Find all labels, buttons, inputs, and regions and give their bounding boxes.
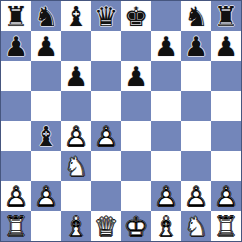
piece-glyph-fill: ♚ — [121, 1, 151, 31]
square-h1[interactable]: ♜♖ — [211, 211, 241, 241]
square-d4[interactable]: ♟♙ — [91, 121, 121, 151]
square-g2[interactable]: ♟♙ — [181, 181, 211, 211]
square-e7[interactable] — [121, 31, 151, 61]
piece-glyph-outline: ♖ — [1, 211, 31, 241]
piece-glyph-fill: ♟ — [211, 31, 241, 61]
square-h4[interactable] — [211, 121, 241, 151]
square-d6[interactable] — [91, 61, 121, 91]
square-h2[interactable]: ♟♙ — [211, 181, 241, 211]
square-c8[interactable]: ♝ — [61, 1, 91, 31]
piece-white-pawn-c4[interactable]: ♟♙ — [61, 121, 91, 151]
piece-white-knight-g1[interactable]: ♞♘ — [181, 211, 211, 241]
square-d8[interactable]: ♛ — [91, 1, 121, 31]
square-g4[interactable] — [181, 121, 211, 151]
piece-glyph-fill: ♞ — [31, 1, 61, 31]
piece-black-queen-d8[interactable]: ♛ — [91, 1, 121, 31]
square-d5[interactable] — [91, 91, 121, 121]
piece-white-pawn-h2[interactable]: ♟♙ — [211, 181, 241, 211]
square-b7[interactable]: ♟ — [31, 31, 61, 61]
piece-white-pawn-d4[interactable]: ♟♙ — [91, 121, 121, 151]
square-e4[interactable] — [121, 121, 151, 151]
piece-black-rook-h8[interactable]: ♜ — [211, 1, 241, 31]
square-b5[interactable] — [31, 91, 61, 121]
square-c3[interactable]: ♞♘ — [61, 151, 91, 181]
square-a1[interactable]: ♜♖ — [1, 211, 31, 241]
square-c6[interactable]: ♟ — [61, 61, 91, 91]
square-a7[interactable]: ♟ — [1, 31, 31, 61]
piece-black-king-e8[interactable]: ♚ — [121, 1, 151, 31]
square-f8[interactable] — [151, 1, 181, 31]
piece-black-pawn-b7[interactable]: ♟ — [31, 31, 61, 61]
piece-glyph-fill: ♟ — [61, 61, 91, 91]
piece-glyph-outline: ♕ — [91, 211, 121, 241]
piece-glyph-outline: ♙ — [31, 181, 61, 211]
square-f1[interactable]: ♝♗ — [151, 211, 181, 241]
square-a6[interactable] — [1, 61, 31, 91]
square-b1[interactable] — [31, 211, 61, 241]
piece-white-pawn-a2[interactable]: ♟♙ — [1, 181, 31, 211]
piece-glyph-fill: ♟ — [181, 31, 211, 61]
piece-black-pawn-a7[interactable]: ♟ — [1, 31, 31, 61]
piece-black-bishop-b4[interactable]: ♝ — [31, 121, 61, 151]
piece-white-rook-h1[interactable]: ♜♖ — [211, 211, 241, 241]
piece-black-pawn-e6[interactable]: ♟ — [121, 61, 151, 91]
piece-glyph-outline: ♙ — [151, 181, 181, 211]
square-b6[interactable] — [31, 61, 61, 91]
piece-black-pawn-h7[interactable]: ♟ — [211, 31, 241, 61]
piece-black-knight-g8[interactable]: ♞ — [181, 1, 211, 31]
square-g5[interactable] — [181, 91, 211, 121]
square-g3[interactable] — [181, 151, 211, 181]
piece-glyph-fill: ♟ — [121, 61, 151, 91]
square-c1[interactable]: ♝♗ — [61, 211, 91, 241]
piece-black-knight-b8[interactable]: ♞ — [31, 1, 61, 31]
square-d7[interactable] — [91, 31, 121, 61]
piece-glyph-fill: ♜ — [211, 1, 241, 31]
piece-black-pawn-g7[interactable]: ♟ — [181, 31, 211, 61]
piece-white-king-e1[interactable]: ♚♔ — [121, 211, 151, 241]
piece-glyph-fill: ♜ — [1, 1, 31, 31]
square-f2[interactable]: ♟♙ — [151, 181, 181, 211]
square-e2[interactable] — [121, 181, 151, 211]
piece-glyph-fill: ♞ — [181, 1, 211, 31]
piece-glyph-fill: ♝ — [31, 121, 61, 151]
square-h3[interactable] — [211, 151, 241, 181]
square-e8[interactable]: ♚ — [121, 1, 151, 31]
square-f4[interactable] — [151, 121, 181, 151]
square-b3[interactable] — [31, 151, 61, 181]
square-e3[interactable] — [121, 151, 151, 181]
square-a4[interactable] — [1, 121, 31, 151]
piece-glyph-outline: ♙ — [91, 121, 121, 151]
piece-black-pawn-c6[interactable]: ♟ — [61, 61, 91, 91]
piece-black-bishop-c8[interactable]: ♝ — [61, 1, 91, 31]
square-a2[interactable]: ♟♙ — [1, 181, 31, 211]
square-f7[interactable]: ♟ — [151, 31, 181, 61]
piece-glyph-outline: ♗ — [61, 211, 91, 241]
square-d1[interactable]: ♛♕ — [91, 211, 121, 241]
square-g6[interactable] — [181, 61, 211, 91]
piece-glyph-outline: ♙ — [211, 181, 241, 211]
square-e5[interactable] — [121, 91, 151, 121]
piece-glyph-outline: ♖ — [211, 211, 241, 241]
square-b8[interactable]: ♞ — [31, 1, 61, 31]
piece-glyph-outline: ♙ — [181, 181, 211, 211]
square-g1[interactable]: ♞♘ — [181, 211, 211, 241]
square-h7[interactable]: ♟ — [211, 31, 241, 61]
piece-white-queen-d1[interactable]: ♛♕ — [91, 211, 121, 241]
piece-white-bishop-c1[interactable]: ♝♗ — [61, 211, 91, 241]
square-h5[interactable] — [211, 91, 241, 121]
piece-glyph-outline: ♙ — [1, 181, 31, 211]
square-g7[interactable]: ♟ — [181, 31, 211, 61]
square-e6[interactable]: ♟ — [121, 61, 151, 91]
square-f6[interactable] — [151, 61, 181, 91]
square-b4[interactable]: ♝ — [31, 121, 61, 151]
piece-white-bishop-f1[interactable]: ♝♗ — [151, 211, 181, 241]
piece-glyph-outline: ♔ — [121, 211, 151, 241]
piece-glyph-fill: ♝ — [61, 1, 91, 31]
square-g8[interactable]: ♞ — [181, 1, 211, 31]
square-a3[interactable] — [1, 151, 31, 181]
piece-glyph-fill: ♛ — [91, 1, 121, 31]
piece-white-pawn-g2[interactable]: ♟♙ — [181, 181, 211, 211]
piece-white-rook-a1[interactable]: ♜♖ — [1, 211, 31, 241]
piece-glyph-fill: ♟ — [31, 31, 61, 61]
piece-glyph-fill: ♟ — [1, 31, 31, 61]
square-a5[interactable] — [1, 91, 31, 121]
piece-white-pawn-b2[interactable]: ♟♙ — [31, 181, 61, 211]
square-d2[interactable] — [91, 181, 121, 211]
piece-glyph-outline: ♘ — [61, 151, 91, 181]
square-c5[interactable] — [61, 91, 91, 121]
piece-glyph-outline: ♘ — [181, 211, 211, 241]
piece-white-knight-c3[interactable]: ♞♘ — [61, 151, 91, 181]
square-a8[interactable]: ♜ — [1, 1, 31, 31]
square-b2[interactable]: ♟♙ — [31, 181, 61, 211]
piece-glyph-outline: ♗ — [151, 211, 181, 241]
piece-black-pawn-f7[interactable]: ♟ — [151, 31, 181, 61]
piece-glyph-outline: ♙ — [61, 121, 91, 151]
piece-white-pawn-f2[interactable]: ♟♙ — [151, 181, 181, 211]
square-c2[interactable] — [61, 181, 91, 211]
piece-glyph-fill: ♟ — [151, 31, 181, 61]
square-f3[interactable] — [151, 151, 181, 181]
square-f5[interactable] — [151, 91, 181, 121]
chess-board: ♜♞♝♛♚♞♜♟♟♟♟♟♟♟♝♟♙♟♙♞♘♟♙♟♙♟♙♟♙♟♙♜♖♝♗♛♕♚♔♝… — [0, 0, 242, 242]
chess-board-wrapper: ♜♞♝♛♚♞♜♟♟♟♟♟♟♟♝♟♙♟♙♞♘♟♙♟♙♟♙♟♙♟♙♜♖♝♗♛♕♚♔♝… — [0, 0, 242, 242]
square-c7[interactable] — [61, 31, 91, 61]
piece-black-rook-a8[interactable]: ♜ — [1, 1, 31, 31]
square-h6[interactable] — [211, 61, 241, 91]
square-c4[interactable]: ♟♙ — [61, 121, 91, 151]
square-d3[interactable] — [91, 151, 121, 181]
square-e1[interactable]: ♚♔ — [121, 211, 151, 241]
square-h8[interactable]: ♜ — [211, 1, 241, 31]
